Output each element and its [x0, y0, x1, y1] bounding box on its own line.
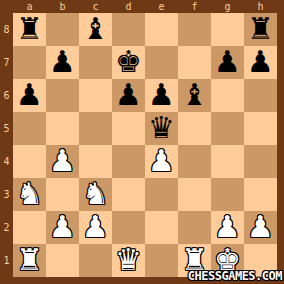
- square-e6[interactable]: ♟: [145, 79, 178, 112]
- rank-label-4: 4: [0, 145, 13, 178]
- piece-white-pawn[interactable]: ♟: [82, 212, 109, 242]
- square-h2[interactable]: ♟: [244, 211, 277, 244]
- square-b5[interactable]: [46, 112, 79, 145]
- square-d6[interactable]: ♟: [112, 79, 145, 112]
- rank-label-5: 5: [0, 112, 13, 145]
- square-b8[interactable]: [46, 13, 79, 46]
- square-g2[interactable]: ♟: [211, 211, 244, 244]
- square-e2[interactable]: [145, 211, 178, 244]
- file-label-f: f: [178, 0, 211, 13]
- square-d3[interactable]: [112, 178, 145, 211]
- chess-board: ♜♝♜♟♚♟♟♟♟♟♝♛♟♟♞♞♟♟♟♟♜♛♜♚: [13, 13, 277, 277]
- square-f4[interactable]: [178, 145, 211, 178]
- square-g7[interactable]: ♟: [211, 46, 244, 79]
- piece-white-knight[interactable]: ♞: [16, 179, 43, 209]
- square-a8[interactable]: ♜: [13, 13, 46, 46]
- square-c8[interactable]: ♝: [79, 13, 112, 46]
- square-c1[interactable]: [79, 244, 112, 277]
- piece-black-bishop[interactable]: ♝: [82, 14, 109, 44]
- square-d1[interactable]: ♛: [112, 244, 145, 277]
- square-e7[interactable]: [145, 46, 178, 79]
- piece-black-pawn[interactable]: ♟: [16, 80, 43, 110]
- square-g6[interactable]: [211, 79, 244, 112]
- rank-label-1: 1: [0, 244, 13, 277]
- square-e8[interactable]: [145, 13, 178, 46]
- piece-black-pawn[interactable]: ♟: [247, 47, 274, 77]
- square-f5[interactable]: [178, 112, 211, 145]
- square-f3[interactable]: [178, 178, 211, 211]
- square-e3[interactable]: [145, 178, 178, 211]
- rank-label-6: 6: [0, 79, 13, 112]
- piece-white-pawn[interactable]: ♟: [148, 146, 175, 176]
- square-b6[interactable]: [46, 79, 79, 112]
- piece-white-queen[interactable]: ♛: [115, 245, 142, 275]
- piece-black-bishop[interactable]: ♝: [181, 80, 208, 110]
- square-c7[interactable]: [79, 46, 112, 79]
- rank-labels: 87654321: [0, 13, 13, 277]
- square-d2[interactable]: [112, 211, 145, 244]
- rank-label-8: 8: [0, 13, 13, 46]
- square-e5[interactable]: ♛: [145, 112, 178, 145]
- piece-white-knight[interactable]: ♞: [82, 179, 109, 209]
- file-label-g: g: [211, 0, 244, 13]
- square-b1[interactable]: [46, 244, 79, 277]
- piece-black-queen[interactable]: ♛: [148, 113, 175, 143]
- square-g5[interactable]: [211, 112, 244, 145]
- piece-black-pawn[interactable]: ♟: [148, 80, 175, 110]
- watermark-chessgames: CHESSGAMES.COM: [188, 269, 282, 283]
- piece-black-rook[interactable]: ♜: [247, 14, 274, 44]
- square-a1[interactable]: ♜: [13, 244, 46, 277]
- square-d4[interactable]: [112, 145, 145, 178]
- file-labels: abcdefgh: [13, 0, 277, 13]
- piece-black-pawn[interactable]: ♟: [115, 80, 142, 110]
- square-h8[interactable]: ♜: [244, 13, 277, 46]
- file-label-b: b: [46, 0, 79, 13]
- square-h7[interactable]: ♟: [244, 46, 277, 79]
- square-a7[interactable]: [13, 46, 46, 79]
- square-h6[interactable]: [244, 79, 277, 112]
- square-f7[interactable]: [178, 46, 211, 79]
- square-g4[interactable]: [211, 145, 244, 178]
- square-a5[interactable]: [13, 112, 46, 145]
- square-c5[interactable]: [79, 112, 112, 145]
- piece-black-pawn[interactable]: ♟: [214, 47, 241, 77]
- square-c2[interactable]: ♟: [79, 211, 112, 244]
- square-b7[interactable]: ♟: [46, 46, 79, 79]
- square-b3[interactable]: [46, 178, 79, 211]
- piece-white-pawn[interactable]: ♟: [49, 146, 76, 176]
- square-f8[interactable]: [178, 13, 211, 46]
- square-c6[interactable]: [79, 79, 112, 112]
- square-g3[interactable]: [211, 178, 244, 211]
- piece-black-rook[interactable]: ♜: [16, 14, 43, 44]
- piece-black-pawn[interactable]: ♟: [49, 47, 76, 77]
- square-f6[interactable]: ♝: [178, 79, 211, 112]
- rank-label-3: 3: [0, 178, 13, 211]
- file-label-d: d: [112, 0, 145, 13]
- square-a3[interactable]: ♞: [13, 178, 46, 211]
- square-a6[interactable]: ♟: [13, 79, 46, 112]
- piece-white-pawn[interactable]: ♟: [214, 212, 241, 242]
- rank-label-7: 7: [0, 46, 13, 79]
- square-h5[interactable]: [244, 112, 277, 145]
- piece-black-king[interactable]: ♚: [115, 47, 142, 77]
- piece-white-rook[interactable]: ♜: [16, 245, 43, 275]
- square-h3[interactable]: [244, 178, 277, 211]
- square-f2[interactable]: [178, 211, 211, 244]
- square-b4[interactable]: ♟: [46, 145, 79, 178]
- rank-label-2: 2: [0, 211, 13, 244]
- square-d8[interactable]: [112, 13, 145, 46]
- piece-white-pawn[interactable]: ♟: [247, 212, 274, 242]
- square-b2[interactable]: ♟: [46, 211, 79, 244]
- square-e1[interactable]: [145, 244, 178, 277]
- chess-diagram: abcdefgh 87654321 ♜♝♜♟♚♟♟♟♟♟♝♛♟♟♞♞♟♟♟♟♜♛…: [0, 0, 284, 284]
- square-c3[interactable]: ♞: [79, 178, 112, 211]
- square-a2[interactable]: [13, 211, 46, 244]
- square-d5[interactable]: [112, 112, 145, 145]
- piece-white-pawn[interactable]: ♟: [49, 212, 76, 242]
- square-g8[interactable]: [211, 13, 244, 46]
- file-label-e: e: [145, 0, 178, 13]
- square-d7[interactable]: ♚: [112, 46, 145, 79]
- square-e4[interactable]: ♟: [145, 145, 178, 178]
- square-a4[interactable]: [13, 145, 46, 178]
- square-c4[interactable]: [79, 145, 112, 178]
- square-h4[interactable]: [244, 145, 277, 178]
